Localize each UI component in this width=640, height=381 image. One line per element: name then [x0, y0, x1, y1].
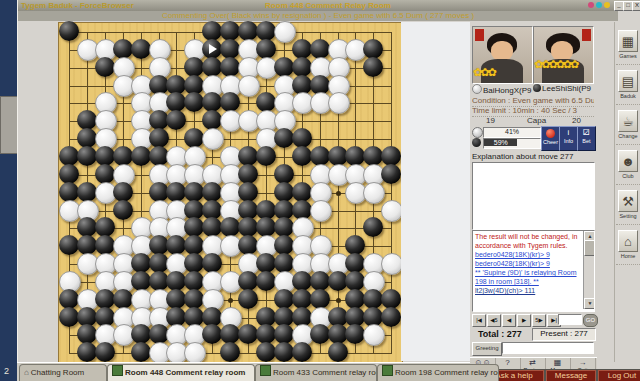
black-stone[interactable]: [381, 289, 401, 309]
black-stone[interactable]: [274, 164, 294, 184]
black-stone[interactable]: [238, 164, 258, 184]
explanation-label: Explanation about move 277: [472, 152, 573, 161]
setting-icon: ⚒: [618, 190, 638, 212]
black-stone[interactable]: [238, 289, 258, 309]
info-icon: i: [560, 127, 577, 138]
black-stone[interactable]: [256, 342, 276, 362]
black-stone[interactable]: [238, 324, 258, 344]
dice-icon: ⚂: [578, 127, 595, 138]
message-button[interactable]: Message: [546, 370, 596, 381]
grid-line: [266, 32, 267, 354]
title-bar[interactable]: Tygem Baduk - ForceBrowser Room 448 Comm…: [18, 0, 640, 11]
black-stone[interactable]: [381, 307, 401, 327]
chat-message: lt2j3w(4D)(ch)> 111: [475, 286, 581, 295]
black-stone[interactable]: [310, 146, 330, 166]
black-stone[interactable]: [292, 39, 312, 59]
black-stone[interactable]: [274, 182, 294, 202]
background-tab-fragment: 2: [4, 366, 9, 376]
black-stone[interactable]: [131, 146, 151, 166]
black-stone[interactable]: [274, 57, 294, 77]
total-moves: Total : 277: [478, 329, 522, 339]
black-stone[interactable]: [95, 57, 115, 77]
black-stone[interactable]: [292, 342, 312, 362]
black-stone[interactable]: [59, 21, 79, 41]
side-toolbar: ▦Games▤Baduk☕Change☻Club⚒Setting⌂Home: [614, 22, 640, 362]
toolbar-games-button[interactable]: ▦Games: [616, 28, 640, 65]
black-stone[interactable]: [113, 289, 133, 309]
scroll-down-icon[interactable]: ▼: [584, 298, 595, 309]
player-face: [491, 41, 513, 61]
cheer-flowers-black: ✿✿✿✿✿✿: [534, 58, 592, 71]
bet-button[interactable]: ⚂ Bet: [577, 126, 596, 151]
chat-input[interactable]: [502, 342, 594, 354]
black-player-name[interactable]: LeeShiShi(P9: [533, 84, 593, 95]
greeting-button[interactable]: Greeting: [472, 342, 502, 356]
black-stone[interactable]: [363, 57, 383, 77]
black-stone[interactable]: [131, 39, 151, 59]
white-stone[interactable]: [363, 182, 385, 204]
black-stone[interactable]: [95, 164, 115, 184]
black-stone[interactable]: [363, 39, 383, 59]
white-stone[interactable]: [184, 342, 206, 364]
black-stone[interactable]: [292, 182, 312, 202]
log-out-button[interactable]: Log Out: [598, 370, 640, 381]
move-counter-row: Total : 277 Present : 277: [472, 328, 594, 340]
change-icon: ☕: [618, 110, 638, 132]
black-stone[interactable]: [274, 342, 294, 362]
white-stone[interactable]: [328, 92, 350, 114]
white-percent: 41%: [484, 128, 540, 136]
black-stone[interactable]: [328, 342, 348, 362]
black-player-photo: [533, 26, 594, 84]
toolbar-home-button[interactable]: ⌂Home: [616, 228, 640, 265]
black-stone[interactable]: [59, 164, 79, 184]
background-window-strip: 2: [0, 0, 17, 381]
right-panel: ✿✿✿ ✿✿✿✿✿✿ BaiHongX(P9 LeeShiShi(P9 Cond…: [470, 22, 597, 369]
board-icon: [112, 365, 123, 376]
black-stone[interactable]: [238, 182, 258, 202]
cheer-ball-icon: [546, 129, 555, 138]
black-stone[interactable]: [131, 342, 151, 362]
white-stone-icon: [472, 84, 482, 94]
room-title: Room 448 Comment Relay Room: [188, 1, 468, 10]
chat-box[interactable]: The result will not be changed, in accor…: [472, 230, 595, 312]
board-icon: [260, 365, 271, 376]
close-button[interactable]: X: [632, 1, 640, 11]
captures-row: 19 Capa 20: [472, 116, 594, 126]
star-point: [336, 298, 341, 303]
chat-message: ** 'Supine (9D)' is relaying Room 198 in…: [475, 268, 581, 286]
toolbar-baduk-button[interactable]: ▤Baduk: [616, 68, 640, 105]
window-title: Tygem Baduk - ForceBrowser: [21, 1, 134, 10]
black-stone-icon: [533, 84, 541, 92]
ball-icon[interactable]: [596, 2, 602, 8]
nav-button[interactable]: ◀5: [487, 314, 501, 327]
black-stone[interactable]: [95, 342, 115, 362]
toolbar-change-button[interactable]: ☕Change: [616, 108, 640, 145]
nav-button[interactable]: 5▶: [532, 314, 546, 327]
baduk-icon: ▤: [618, 70, 638, 92]
black-stone[interactable]: [95, 146, 115, 166]
black-stone[interactable]: [274, 289, 294, 309]
club-icon: ☻: [618, 150, 638, 172]
black-stone[interactable]: [292, 57, 312, 77]
toolbar-club-button[interactable]: ☻Club: [616, 148, 640, 185]
cheer-button[interactable]: Cheer: [541, 126, 560, 151]
black-stone[interactable]: [166, 110, 186, 130]
move-navigation: |◀◀5◀▶5▶▶| GO: [472, 314, 562, 326]
chat-lines: The result will not be changed, in accor…: [475, 232, 581, 295]
white-vote-bar: 41%: [472, 127, 540, 137]
black-stone[interactable]: [113, 182, 133, 202]
black-stone[interactable]: [220, 342, 240, 362]
quit-icon: →: [570, 358, 595, 367]
black-stone[interactable]: [292, 289, 312, 309]
go-board[interactable]: [58, 22, 403, 363]
black-stone[interactable]: [310, 271, 330, 291]
chat-message: bedero0428(18K)(kr)> 9: [475, 250, 581, 259]
room-tab-bar: ⌂Chatting RoomRoom 448 Comment relay roo…: [17, 362, 470, 381]
white-ball-icon: [472, 127, 483, 138]
black-stone[interactable]: [59, 235, 79, 255]
black-stone[interactable]: [274, 128, 294, 148]
chat-scrollbar[interactable]: ▲ ▼: [583, 231, 594, 309]
white-player-name[interactable]: BaiHongX(P9: [472, 84, 532, 95]
black-captures: 20: [572, 116, 581, 125]
board-side-gap: [401, 22, 470, 361]
toolbar-setting-button[interactable]: ⚒Setting: [616, 188, 640, 225]
black-stone[interactable]: [256, 39, 276, 59]
photo-decoration: [475, 29, 484, 41]
star-point: [228, 298, 233, 303]
black-stone[interactable]: [113, 39, 133, 59]
pencil-icon[interactable]: [588, 2, 594, 8]
menu-icon: ▦: [545, 358, 570, 367]
black-vote-bar: 59%: [472, 138, 540, 148]
home-icon: ⌂: [24, 368, 29, 377]
nav-button[interactable]: ▶: [517, 314, 531, 327]
black-stone[interactable]: [131, 271, 151, 291]
info-button[interactable]: i Info: [559, 126, 578, 151]
white-stone[interactable]: [381, 200, 403, 222]
white-stone[interactable]: [202, 128, 224, 150]
white-stone[interactable]: [238, 75, 260, 97]
review-icon: ⇄: [520, 358, 545, 367]
chat-message: bedero0428(18K)(kr)> 9: [475, 259, 581, 268]
black-stone[interactable]: [113, 200, 133, 220]
black-stone[interactable]: [292, 271, 312, 291]
white-stone[interactable]: [274, 21, 296, 43]
scroll-thumb[interactable]: [584, 240, 595, 256]
go-button[interactable]: GO: [583, 314, 598, 327]
board-icon: [382, 365, 393, 376]
white-stone[interactable]: [363, 324, 385, 346]
explanation-box[interactable]: [472, 162, 595, 230]
move-number-input[interactable]: [558, 314, 582, 325]
chat-message: The result will not be changed, in accor…: [475, 232, 581, 250]
black-stone[interactable]: [292, 146, 312, 166]
greeting-row: Greeting: [472, 342, 594, 355]
tab-room-198-comment-relay-room[interactable]: Room 198 Comment relay room: [377, 364, 499, 381]
black-stone[interactable]: [256, 146, 276, 166]
black-stone[interactable]: [310, 39, 330, 59]
white-captures: 19: [486, 116, 495, 125]
present-move: Present : 277: [532, 328, 596, 341]
home-icon: ⌂: [618, 230, 638, 252]
black-stone[interactable]: [77, 342, 97, 362]
star-point: [336, 191, 341, 196]
black-ball-icon: [472, 138, 481, 147]
white-stone[interactable]: [381, 253, 403, 275]
captures-label: Capa: [527, 116, 546, 125]
black-stone[interactable]: [59, 289, 79, 309]
games-icon: ▦: [618, 30, 638, 52]
tab-room-448-comment-relay-room[interactable]: Room 448 Comment relay room: [107, 364, 255, 381]
key-icon[interactable]: [604, 2, 610, 8]
black-stone[interactable]: [363, 217, 383, 237]
nav-button[interactable]: ◀: [502, 314, 516, 327]
white-stone[interactable]: [310, 200, 332, 222]
last-move-marker: [209, 44, 217, 54]
black-stone[interactable]: [381, 164, 401, 184]
black-stone[interactable]: [381, 146, 401, 166]
cheer-flowers-white: ✿✿✿: [473, 66, 495, 79]
game-result-status: Commenting Over( Black wins by resignati…: [18, 11, 618, 21]
app-window: 2 Tygem Baduk - ForceBrowser Room 448 Co…: [0, 0, 640, 381]
black-stone[interactable]: [310, 324, 330, 344]
tab-chatting-room[interactable]: ⌂Chatting Room: [19, 364, 107, 381]
black-stone[interactable]: [95, 289, 115, 309]
black-stone[interactable]: [77, 182, 97, 202]
nav-button[interactable]: |◀: [472, 314, 486, 327]
black-stone[interactable]: [113, 146, 133, 166]
tab-room-433-comment-relay-room[interactable]: Room 433 Comment relay room: [255, 364, 377, 381]
black-stone[interactable]: [310, 289, 330, 309]
black-stone[interactable]: [77, 146, 97, 166]
black-percent: 59%: [484, 139, 518, 147]
black-stone[interactable]: [256, 271, 276, 291]
photo-decoration: [582, 29, 591, 41]
